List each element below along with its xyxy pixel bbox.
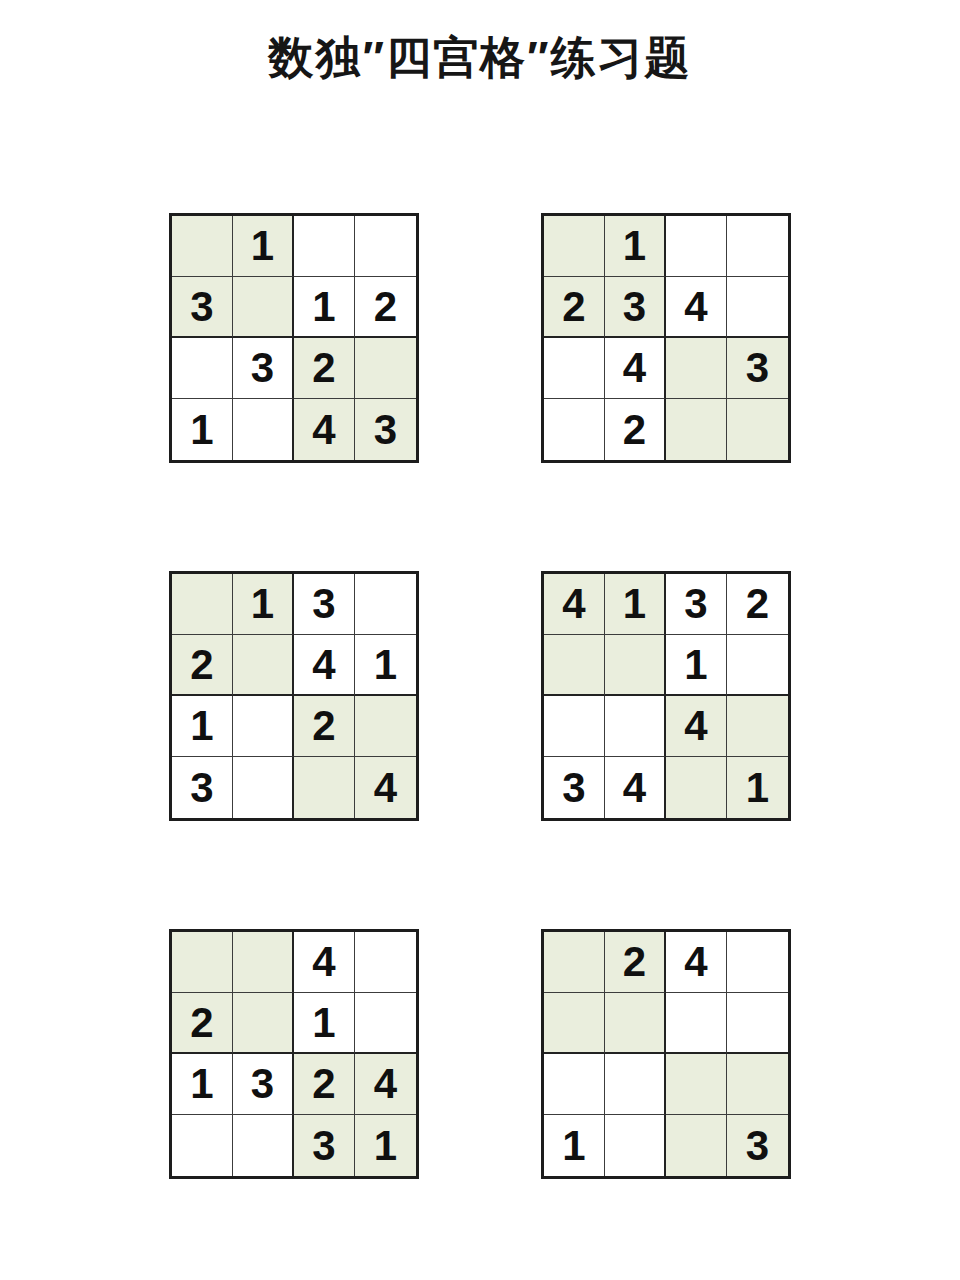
sudoku-cell-p1-r1c2: 1 <box>233 216 294 277</box>
sudoku-cell-p3-r3c4[interactable] <box>355 696 416 757</box>
sudoku-cell-p6-r1c2: 2 <box>605 932 666 993</box>
sudoku-cell-p2-r4c2: 2 <box>605 399 666 460</box>
sudoku-cell-p1-r2c1: 3 <box>172 277 233 338</box>
sudoku-cell-p4-r1c3: 3 <box>666 574 727 635</box>
sudoku-cell-p5-r3c3: 2 <box>294 1054 355 1115</box>
sudoku-cell-p4-r4c2: 4 <box>605 757 666 818</box>
sudoku-cell-p5-r2c2[interactable] <box>233 993 294 1054</box>
sudoku-cell-p1-r1c4[interactable] <box>355 216 416 277</box>
sudoku-cell-p1-r2c3: 1 <box>294 277 355 338</box>
sudoku-cell-p4-r1c2: 1 <box>605 574 666 635</box>
sudoku-cell-p6-r1c1[interactable] <box>544 932 605 993</box>
sudoku-cell-p3-r1c2: 1 <box>233 574 294 635</box>
sudoku-cell-p5-r4c3: 3 <box>294 1115 355 1176</box>
sudoku-cell-p2-r3c4: 3 <box>727 338 788 399</box>
sudoku-cell-p4-r2c3: 1 <box>666 635 727 696</box>
sudoku-cell-p5-r1c4[interactable] <box>355 932 416 993</box>
sudoku-cell-p2-r1c4[interactable] <box>727 216 788 277</box>
sudoku-cell-p6-r1c3: 4 <box>666 932 727 993</box>
sudoku-cell-p3-r2c3: 4 <box>294 635 355 696</box>
sudoku-cell-p1-r3c4[interactable] <box>355 338 416 399</box>
sudoku-cell-p6-r2c2[interactable] <box>605 993 666 1054</box>
sudoku-cell-p3-r1c3: 3 <box>294 574 355 635</box>
sudoku-cell-p1-r4c2[interactable] <box>233 399 294 460</box>
sudoku-cell-p3-r3c2[interactable] <box>233 696 294 757</box>
sudoku-cell-p5-r3c2: 3 <box>233 1054 294 1115</box>
sudoku-cell-p6-r3c2[interactable] <box>605 1054 666 1115</box>
sudoku-cell-p4-r1c4: 2 <box>727 574 788 635</box>
sudoku-cell-p2-r1c3[interactable] <box>666 216 727 277</box>
sudoku-cell-p1-r1c1[interactable] <box>172 216 233 277</box>
sudoku-cell-p3-r2c1: 2 <box>172 635 233 696</box>
sudoku-cell-p2-r3c2: 4 <box>605 338 666 399</box>
sudoku-cell-p5-r4c4: 1 <box>355 1115 416 1176</box>
sudoku-cell-p5-r4c2[interactable] <box>233 1115 294 1176</box>
puzzle-grid-container: 1312321431234432132411234413214341421132… <box>0 213 960 1179</box>
sudoku-board-6: 2413 <box>541 929 791 1179</box>
sudoku-cell-p5-r1c1[interactable] <box>172 932 233 993</box>
sudoku-cell-p1-r3c3: 2 <box>294 338 355 399</box>
sudoku-cell-p6-r4c2[interactable] <box>605 1115 666 1176</box>
page-title: 数独″四宫格″练习题 <box>0 0 960 86</box>
sudoku-cell-p2-r3c3[interactable] <box>666 338 727 399</box>
sudoku-cell-p5-r3c4: 4 <box>355 1054 416 1115</box>
sudoku-cell-p6-r3c1[interactable] <box>544 1054 605 1115</box>
sudoku-cell-p6-r1c4[interactable] <box>727 932 788 993</box>
sudoku-cell-p1-r1c3[interactable] <box>294 216 355 277</box>
sudoku-cell-p4-r2c4[interactable] <box>727 635 788 696</box>
sudoku-cell-p2-r2c2: 3 <box>605 277 666 338</box>
sudoku-board-2: 1234432 <box>541 213 791 463</box>
sudoku-cell-p2-r1c2: 1 <box>605 216 666 277</box>
sudoku-cell-p6-r2c4[interactable] <box>727 993 788 1054</box>
sudoku-cell-p2-r2c3: 4 <box>666 277 727 338</box>
sudoku-cell-p2-r4c1[interactable] <box>544 399 605 460</box>
sudoku-cell-p5-r2c1: 2 <box>172 993 233 1054</box>
sudoku-cell-p4-r4c3[interactable] <box>666 757 727 818</box>
sudoku-cell-p2-r4c3[interactable] <box>666 399 727 460</box>
sudoku-board-3: 132411234 <box>169 571 419 821</box>
sudoku-cell-p6-r4c4: 3 <box>727 1115 788 1176</box>
sudoku-cell-p5-r3c1: 1 <box>172 1054 233 1115</box>
sudoku-board-5: 421132431 <box>169 929 419 1179</box>
sudoku-cell-p6-r3c4[interactable] <box>727 1054 788 1115</box>
sudoku-cell-p4-r3c1[interactable] <box>544 696 605 757</box>
sudoku-cell-p6-r4c3[interactable] <box>666 1115 727 1176</box>
sudoku-cell-p2-r2c4[interactable] <box>727 277 788 338</box>
sudoku-cell-p6-r2c1[interactable] <box>544 993 605 1054</box>
sudoku-cell-p1-r2c2[interactable] <box>233 277 294 338</box>
sudoku-cell-p1-r3c1[interactable] <box>172 338 233 399</box>
sudoku-cell-p1-r4c3: 4 <box>294 399 355 460</box>
sudoku-cell-p4-r3c2[interactable] <box>605 696 666 757</box>
sudoku-cell-p4-r4c4: 1 <box>727 757 788 818</box>
page: { "game": "sudoku-4x4 (four-cell-box min… <box>0 0 960 1280</box>
sudoku-cell-p3-r4c4: 4 <box>355 757 416 818</box>
sudoku-cell-p4-r3c3: 4 <box>666 696 727 757</box>
sudoku-cell-p3-r2c4: 1 <box>355 635 416 696</box>
sudoku-cell-p3-r1c1[interactable] <box>172 574 233 635</box>
sudoku-cell-p3-r3c1: 1 <box>172 696 233 757</box>
sudoku-board-4: 413214341 <box>541 571 791 821</box>
sudoku-board-1: 131232143 <box>169 213 419 463</box>
sudoku-cell-p3-r4c3[interactable] <box>294 757 355 818</box>
sudoku-cell-p2-r1c1[interactable] <box>544 216 605 277</box>
sudoku-cell-p5-r1c2[interactable] <box>233 932 294 993</box>
sudoku-cell-p4-r2c1[interactable] <box>544 635 605 696</box>
sudoku-cell-p4-r3c4[interactable] <box>727 696 788 757</box>
sudoku-cell-p4-r2c2[interactable] <box>605 635 666 696</box>
sudoku-cell-p1-r2c4: 2 <box>355 277 416 338</box>
sudoku-cell-p3-r1c4[interactable] <box>355 574 416 635</box>
sudoku-cell-p1-r4c1: 1 <box>172 399 233 460</box>
sudoku-cell-p1-r4c4: 3 <box>355 399 416 460</box>
sudoku-cell-p3-r4c2[interactable] <box>233 757 294 818</box>
sudoku-cell-p4-r4c1: 3 <box>544 757 605 818</box>
sudoku-cell-p4-r1c1: 4 <box>544 574 605 635</box>
sudoku-cell-p5-r4c1[interactable] <box>172 1115 233 1176</box>
sudoku-cell-p3-r2c2[interactable] <box>233 635 294 696</box>
sudoku-cell-p2-r3c1[interactable] <box>544 338 605 399</box>
sudoku-cell-p6-r3c3[interactable] <box>666 1054 727 1115</box>
sudoku-cell-p1-r3c2: 3 <box>233 338 294 399</box>
sudoku-cell-p5-r1c3: 4 <box>294 932 355 993</box>
sudoku-cell-p2-r4c4[interactable] <box>727 399 788 460</box>
sudoku-cell-p5-r2c3: 1 <box>294 993 355 1054</box>
sudoku-cell-p6-r2c3[interactable] <box>666 993 727 1054</box>
sudoku-cell-p3-r4c1: 3 <box>172 757 233 818</box>
sudoku-cell-p3-r3c3: 2 <box>294 696 355 757</box>
sudoku-cell-p5-r2c4[interactable] <box>355 993 416 1054</box>
sudoku-cell-p6-r4c1: 1 <box>544 1115 605 1176</box>
sudoku-cell-p2-r2c1: 2 <box>544 277 605 338</box>
